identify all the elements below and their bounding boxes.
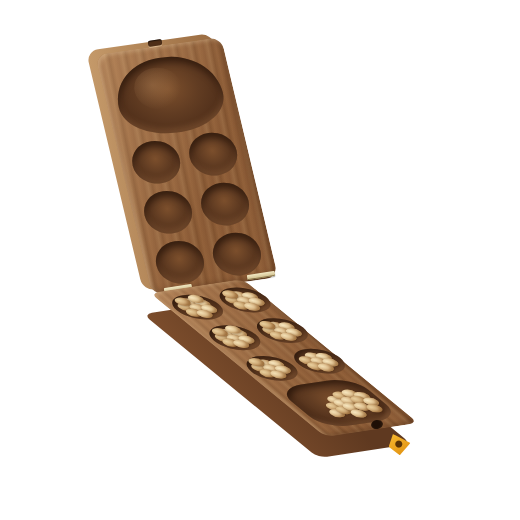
upper-store-pit[interactable]	[109, 50, 231, 139]
upper-pits-grid	[125, 126, 268, 289]
pit[interactable]	[197, 180, 254, 229]
pit[interactable]	[151, 238, 208, 287]
lid-upper-half	[95, 37, 278, 295]
pit[interactable]	[128, 138, 185, 187]
pit[interactable]	[208, 230, 265, 279]
bead	[363, 403, 385, 413]
pit[interactable]	[185, 130, 242, 179]
mancala-photo-scene	[0, 0, 520, 520]
pit[interactable]	[140, 188, 197, 237]
